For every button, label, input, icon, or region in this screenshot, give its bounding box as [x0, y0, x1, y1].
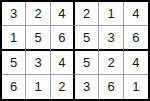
grid-cell: 6: [51, 26, 75, 50]
grid-cell: 2: [51, 75, 75, 99]
grid-cell: 4: [124, 51, 148, 75]
grid-cell: 1: [2, 26, 26, 50]
grid-cell: 3: [99, 26, 123, 50]
grid-cell: 5: [75, 51, 99, 75]
grid-cell: 4: [124, 2, 148, 26]
grid-cell: 3: [2, 2, 26, 26]
grid-cell: 3: [26, 51, 50, 75]
grid-cell: 6: [124, 26, 148, 50]
grid-cell: 6: [99, 75, 123, 99]
grid-cell: 2: [26, 2, 50, 26]
grid-cell: 4: [51, 2, 75, 26]
grid-cell: 2: [75, 2, 99, 26]
grid-cell: 1: [99, 2, 123, 26]
grid-cell: 3: [75, 75, 99, 99]
grid-cell: 6: [2, 75, 26, 99]
grid-cell: 5: [26, 26, 50, 50]
grid-cell: 5: [75, 26, 99, 50]
grid-cell: 5: [2, 51, 26, 75]
grid-cell: 4: [51, 51, 75, 75]
grid-cell: 1: [124, 75, 148, 99]
puzzle-board: 3 2 4 2 1 4 1 5 6 5 3 6 5 3 4 5 2 4 6 1 …: [0, 0, 150, 101]
grid-cell: 1: [26, 75, 50, 99]
grid-cell: 2: [99, 51, 123, 75]
